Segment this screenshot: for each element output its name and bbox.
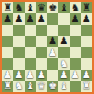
square-h3[interactable] <box>81 58 92 69</box>
square-a6[interactable] <box>2 25 13 36</box>
piece-white-pawn[interactable]: ♟ <box>71 70 80 80</box>
square-b4[interactable] <box>13 47 24 58</box>
square-b7[interactable]: ♟ <box>13 13 24 24</box>
piece-black-pawn[interactable]: ♟ <box>37 14 46 24</box>
piece-black-rook[interactable]: ♜ <box>3 3 12 13</box>
square-a3[interactable] <box>2 58 13 69</box>
piece-black-pawn[interactable]: ♟ <box>3 14 12 24</box>
square-d7[interactable]: ♟ <box>36 13 47 24</box>
piece-black-pawn[interactable]: ♟ <box>48 36 57 46</box>
piece-white-pawn[interactable]: ♟ <box>48 48 57 58</box>
square-h1[interactable]: ♜ <box>81 81 92 92</box>
piece-black-pawn[interactable]: ♟ <box>26 14 35 24</box>
square-d1[interactable]: ♛ <box>36 81 47 92</box>
piece-white-bishop[interactable]: ♝ <box>26 81 35 91</box>
square-e6[interactable] <box>47 25 58 36</box>
piece-white-rook[interactable]: ♜ <box>3 81 12 91</box>
square-a1[interactable]: ♜ <box>2 81 13 92</box>
square-g8[interactable]: ♞ <box>70 2 81 13</box>
square-a4[interactable] <box>2 47 13 58</box>
square-f3[interactable]: ♞ <box>58 58 69 69</box>
square-d3[interactable] <box>36 58 47 69</box>
square-f6[interactable] <box>58 25 69 36</box>
piece-white-knight[interactable]: ♞ <box>14 81 23 91</box>
square-c5[interactable] <box>25 36 36 47</box>
square-h8[interactable]: ♜ <box>81 2 92 13</box>
square-e5[interactable]: ♟ <box>47 36 58 47</box>
square-g3[interactable] <box>70 58 81 69</box>
square-e3[interactable] <box>47 58 58 69</box>
square-g2[interactable]: ♟ <box>70 70 81 81</box>
square-c3[interactable] <box>25 58 36 69</box>
square-h5[interactable] <box>81 36 92 47</box>
piece-white-pawn[interactable]: ♟ <box>59 70 68 80</box>
piece-white-pawn[interactable]: ♟ <box>26 70 35 80</box>
piece-black-bishop[interactable]: ♝ <box>59 3 68 13</box>
square-g1[interactable] <box>70 81 81 92</box>
square-a2[interactable]: ♟ <box>2 70 13 81</box>
piece-white-king[interactable]: ♚ <box>48 81 57 91</box>
square-d5[interactable] <box>36 36 47 47</box>
square-e7[interactable] <box>47 13 58 24</box>
square-c6[interactable] <box>25 25 36 36</box>
square-b5[interactable] <box>13 36 24 47</box>
square-f1[interactable]: ♝ <box>58 81 69 92</box>
square-g7[interactable]: ♟ <box>70 13 81 24</box>
square-d4[interactable] <box>36 47 47 58</box>
piece-black-queen[interactable]: ♛ <box>37 3 46 13</box>
square-c2[interactable]: ♟ <box>25 70 36 81</box>
square-f7[interactable] <box>58 13 69 24</box>
square-b6[interactable] <box>13 25 24 36</box>
square-d2[interactable]: ♟ <box>36 70 47 81</box>
square-f5[interactable]: ♟ <box>58 36 69 47</box>
piece-white-pawn[interactable]: ♟ <box>14 70 23 80</box>
square-b8[interactable]: ♞ <box>13 2 24 13</box>
piece-black-knight[interactable]: ♞ <box>14 3 23 13</box>
square-h7[interactable]: ♟ <box>81 13 92 24</box>
chess-board: ♜♞♝♛♚♝♞♜♟♟♟♟♟♟♟♟♟♞♟♟♟♟♟♟♟♜♞♝♛♚♝♜ <box>2 2 92 92</box>
piece-black-king[interactable]: ♚ <box>48 3 57 13</box>
square-g5[interactable] <box>70 36 81 47</box>
piece-black-pawn[interactable]: ♟ <box>59 36 68 46</box>
piece-black-pawn[interactable]: ♟ <box>71 14 80 24</box>
square-d8[interactable]: ♛ <box>36 2 47 13</box>
square-e8[interactable]: ♚ <box>47 2 58 13</box>
piece-white-rook[interactable]: ♜ <box>82 81 91 91</box>
square-c8[interactable]: ♝ <box>25 2 36 13</box>
square-h2[interactable]: ♟ <box>81 70 92 81</box>
square-f8[interactable]: ♝ <box>58 2 69 13</box>
square-f4[interactable] <box>58 47 69 58</box>
piece-white-bishop[interactable]: ♝ <box>59 81 68 91</box>
square-a8[interactable]: ♜ <box>2 2 13 13</box>
square-c4[interactable] <box>25 47 36 58</box>
square-b2[interactable]: ♟ <box>13 70 24 81</box>
square-e2[interactable] <box>47 70 58 81</box>
square-e4[interactable]: ♟ <box>47 47 58 58</box>
piece-black-pawn[interactable]: ♟ <box>82 14 91 24</box>
piece-black-knight[interactable]: ♞ <box>71 3 80 13</box>
piece-white-pawn[interactable]: ♟ <box>3 70 12 80</box>
piece-white-pawn[interactable]: ♟ <box>82 70 91 80</box>
piece-white-queen[interactable]: ♛ <box>37 81 46 91</box>
square-g4[interactable] <box>70 47 81 58</box>
square-e1[interactable]: ♚ <box>47 81 58 92</box>
square-g6[interactable] <box>70 25 81 36</box>
board-frame: ♜♞♝♛♚♝♞♜♟♟♟♟♟♟♟♟♟♞♟♟♟♟♟♟♟♜♞♝♛♚♝♜ <box>0 0 94 94</box>
square-a5[interactable] <box>2 36 13 47</box>
piece-white-pawn[interactable]: ♟ <box>37 70 46 80</box>
square-h6[interactable] <box>81 25 92 36</box>
piece-black-pawn[interactable]: ♟ <box>14 14 23 24</box>
piece-black-bishop[interactable]: ♝ <box>26 3 35 13</box>
square-a7[interactable]: ♟ <box>2 13 13 24</box>
square-b3[interactable] <box>13 58 24 69</box>
square-h4[interactable] <box>81 47 92 58</box>
square-d6[interactable] <box>36 25 47 36</box>
square-f2[interactable]: ♟ <box>58 70 69 81</box>
piece-white-knight[interactable]: ♞ <box>59 59 68 69</box>
square-c1[interactable]: ♝ <box>25 81 36 92</box>
piece-black-rook[interactable]: ♜ <box>82 3 91 13</box>
square-c7[interactable]: ♟ <box>25 13 36 24</box>
square-b1[interactable]: ♞ <box>13 81 24 92</box>
